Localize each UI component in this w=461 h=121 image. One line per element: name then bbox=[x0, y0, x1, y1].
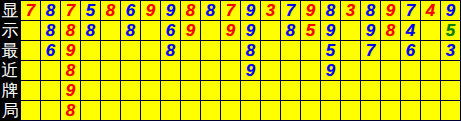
grid-cell-r3c20: 6 bbox=[401, 41, 421, 61]
title-char-1: 显 bbox=[0, 1, 20, 21]
recent-games-panel: 显示最近牌局 787586998879379838974988886999859… bbox=[0, 0, 461, 121]
grid-cell-r2c20: 4 bbox=[401, 21, 421, 41]
grid-cell-r2c18: 9 bbox=[361, 21, 381, 41]
grid-cell-r2c16: 9 bbox=[321, 21, 341, 41]
grid-cell-r4c5 bbox=[101, 61, 121, 81]
grid-cell-r6c15 bbox=[301, 101, 321, 121]
grid-cell-r2c15: 5 bbox=[301, 21, 321, 41]
grid-cell-r6c18 bbox=[361, 101, 381, 121]
grid-cell-r2c14: 8 bbox=[281, 21, 301, 41]
grid-cell-r1c13: 3 bbox=[261, 1, 281, 21]
grid-cell-r5c10 bbox=[201, 81, 221, 101]
grid-cell-r1c4: 5 bbox=[81, 1, 101, 21]
grid-cell-r4c1 bbox=[21, 61, 41, 81]
grid-cell-r4c11 bbox=[221, 61, 241, 81]
grid-cell-r6c4 bbox=[81, 101, 101, 121]
grid-cell-r4c15 bbox=[301, 61, 321, 81]
grid-cell-r5c11 bbox=[221, 81, 241, 101]
grid-cell-r4c6 bbox=[121, 61, 141, 81]
grid-cell-r2c13 bbox=[261, 21, 281, 41]
grid-cell-r2c4: 8 bbox=[81, 21, 101, 41]
grid-cell-r5c19 bbox=[381, 81, 401, 101]
grid-cell-r1c17: 3 bbox=[341, 1, 361, 21]
history-grid: 7875869988793798389749888869998599845698… bbox=[20, 0, 461, 121]
grid-cell-r4c19 bbox=[381, 61, 401, 81]
grid-cell-r4c14 bbox=[281, 61, 301, 81]
grid-cell-r5c16 bbox=[321, 81, 341, 101]
grid-cell-r1c18: 8 bbox=[361, 1, 381, 21]
grid-cell-r3c7 bbox=[141, 41, 161, 61]
grid-cell-r2c11: 9 bbox=[221, 21, 241, 41]
grid-cell-r1c2: 8 bbox=[41, 1, 61, 21]
grid-cell-r2c12: 9 bbox=[241, 21, 261, 41]
grid-cell-r4c17 bbox=[341, 61, 361, 81]
grid-cell-r3c2: 6 bbox=[41, 41, 61, 61]
grid-cell-r6c20 bbox=[401, 101, 421, 121]
grid-cell-r6c6 bbox=[121, 101, 141, 121]
grid-cell-r2c8: 6 bbox=[161, 21, 181, 41]
grid-cell-r6c2 bbox=[41, 101, 61, 121]
grid-cell-r5c5 bbox=[101, 81, 121, 101]
grid-cell-r3c15 bbox=[301, 41, 321, 61]
grid-cell-r4c2 bbox=[41, 61, 61, 81]
grid-cell-r1c22: 9 bbox=[441, 1, 461, 21]
grid-cell-r1c7: 9 bbox=[141, 1, 161, 21]
title-char-3: 最 bbox=[0, 41, 20, 61]
title-char-6: 局 bbox=[0, 101, 20, 121]
grid-cell-r3c6 bbox=[121, 41, 141, 61]
grid-cell-r5c20 bbox=[401, 81, 421, 101]
grid-cell-r3c9 bbox=[181, 41, 201, 61]
grid-cell-r2c6: 8 bbox=[121, 21, 141, 41]
grid-cell-r5c6 bbox=[121, 81, 141, 101]
title-column: 显示最近牌局 bbox=[0, 0, 20, 121]
grid-cell-r2c2: 8 bbox=[41, 21, 61, 41]
grid-cell-r2c9: 9 bbox=[181, 21, 201, 41]
grid-cell-r1c21: 4 bbox=[421, 1, 441, 21]
grid-cell-r4c3: 8 bbox=[61, 61, 81, 81]
grid-cell-r5c9 bbox=[181, 81, 201, 101]
grid-cell-r5c3: 9 bbox=[61, 81, 81, 101]
grid-cell-r5c12 bbox=[241, 81, 261, 101]
grid-cell-r4c12: 9 bbox=[241, 61, 261, 81]
grid-cell-r3c10 bbox=[201, 41, 221, 61]
grid-cell-r6c22 bbox=[441, 101, 461, 121]
grid-cell-r4c9 bbox=[181, 61, 201, 81]
grid-cell-r1c9: 8 bbox=[181, 1, 201, 21]
grid-cell-r5c14 bbox=[281, 81, 301, 101]
title-char-2: 示 bbox=[0, 21, 20, 41]
grid-cell-r1c1: 7 bbox=[21, 1, 41, 21]
grid-cell-r3c11 bbox=[221, 41, 241, 61]
grid-cell-r3c18: 7 bbox=[361, 41, 381, 61]
grid-cell-r2c1 bbox=[21, 21, 41, 41]
grid-cell-r1c16: 8 bbox=[321, 1, 341, 21]
grid-cell-r4c13 bbox=[261, 61, 281, 81]
grid-cell-r3c1 bbox=[21, 41, 41, 61]
grid-cell-r6c1 bbox=[21, 101, 41, 121]
grid-cell-r5c18 bbox=[361, 81, 381, 101]
grid-cell-r5c21 bbox=[421, 81, 441, 101]
grid-cell-r2c3: 8 bbox=[61, 21, 81, 41]
grid-cell-r2c5 bbox=[101, 21, 121, 41]
grid-cell-r1c5: 8 bbox=[101, 1, 121, 21]
grid-cell-r5c7 bbox=[141, 81, 161, 101]
grid-cell-r1c14: 7 bbox=[281, 1, 301, 21]
grid-cell-r5c1 bbox=[21, 81, 41, 101]
grid-cell-r2c22: 5 bbox=[441, 21, 461, 41]
grid-cell-r5c22 bbox=[441, 81, 461, 101]
grid-cell-r3c3: 9 bbox=[61, 41, 81, 61]
grid-cell-r6c14 bbox=[281, 101, 301, 121]
grid-cell-r3c22: 3 bbox=[441, 41, 461, 61]
grid-cell-r3c8: 8 bbox=[161, 41, 181, 61]
grid-cell-r1c15: 9 bbox=[301, 1, 321, 21]
grid-cell-r6c13 bbox=[261, 101, 281, 121]
grid-cell-r5c4 bbox=[81, 81, 101, 101]
grid-cell-r6c16 bbox=[321, 101, 341, 121]
grid-cell-r5c17 bbox=[341, 81, 361, 101]
grid-cell-r4c21 bbox=[421, 61, 441, 81]
grid-cell-r6c7 bbox=[141, 101, 161, 121]
grid-cell-r1c11: 7 bbox=[221, 1, 241, 21]
title-char-4: 近 bbox=[0, 61, 20, 81]
grid-cell-r1c10: 8 bbox=[201, 1, 221, 21]
grid-cell-r3c4 bbox=[81, 41, 101, 61]
grid-cell-r4c16: 9 bbox=[321, 61, 341, 81]
grid-cell-r6c9 bbox=[181, 101, 201, 121]
grid-cell-r3c21 bbox=[421, 41, 441, 61]
grid-cell-r6c12 bbox=[241, 101, 261, 121]
grid-cell-r2c17 bbox=[341, 21, 361, 41]
grid-cell-r2c21 bbox=[421, 21, 441, 41]
grid-cell-r4c10 bbox=[201, 61, 221, 81]
grid-cell-r6c11 bbox=[221, 101, 241, 121]
grid-cell-r1c8: 9 bbox=[161, 1, 181, 21]
grid-cell-r1c6: 6 bbox=[121, 1, 141, 21]
grid-cell-r1c19: 9 bbox=[381, 1, 401, 21]
grid-cell-r4c8 bbox=[161, 61, 181, 81]
grid-cell-r3c13 bbox=[261, 41, 281, 61]
grid-cell-r6c19 bbox=[381, 101, 401, 121]
grid-cell-r6c17 bbox=[341, 101, 361, 121]
grid-cell-r2c7 bbox=[141, 21, 161, 41]
grid-cell-r5c2 bbox=[41, 81, 61, 101]
grid-cell-r3c5 bbox=[101, 41, 121, 61]
grid-cell-r4c20 bbox=[401, 61, 421, 81]
grid-cell-r4c4 bbox=[81, 61, 101, 81]
grid-cell-r1c3: 7 bbox=[61, 1, 81, 21]
grid-cell-r2c10 bbox=[201, 21, 221, 41]
grid-cell-r6c8 bbox=[161, 101, 181, 121]
grid-cell-r6c10 bbox=[201, 101, 221, 121]
grid-cell-r1c12: 9 bbox=[241, 1, 261, 21]
grid-cell-r4c18 bbox=[361, 61, 381, 81]
grid-cell-r5c15 bbox=[301, 81, 321, 101]
grid-cell-r6c5 bbox=[101, 101, 121, 121]
grid-cell-r4c7 bbox=[141, 61, 161, 81]
grid-cell-r3c19 bbox=[381, 41, 401, 61]
grid-cell-r2c19: 8 bbox=[381, 21, 401, 41]
grid-cell-r5c13 bbox=[261, 81, 281, 101]
grid-cell-r5c8 bbox=[161, 81, 181, 101]
grid-cell-r3c14 bbox=[281, 41, 301, 61]
grid-cell-r6c3: 8 bbox=[61, 101, 81, 121]
title-char-5: 牌 bbox=[0, 81, 20, 101]
grid-cell-r3c16: 5 bbox=[321, 41, 341, 61]
grid-cell-r6c21 bbox=[421, 101, 441, 121]
grid-cell-r3c12: 8 bbox=[241, 41, 261, 61]
grid-cell-r3c17 bbox=[341, 41, 361, 61]
grid-cell-r1c20: 7 bbox=[401, 1, 421, 21]
grid-cell-r4c22 bbox=[441, 61, 461, 81]
